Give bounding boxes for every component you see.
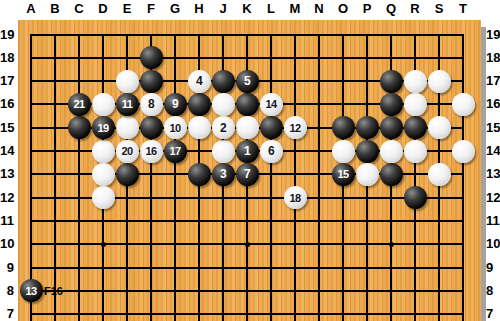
move-number-label: 21 <box>68 93 91 116</box>
move-13-stone-black-A8[interactable]: 13 <box>20 279 43 302</box>
column-label-R: R <box>403 1 427 17</box>
move-number-label: 5 <box>236 70 259 93</box>
row-label-left-13: 13 <box>0 166 14 182</box>
stone-white-H15[interactable] <box>188 116 211 139</box>
row-label-right-17: 17 <box>486 73 500 89</box>
column-label-L: L <box>259 1 283 17</box>
column-label-E: E <box>115 1 139 17</box>
column-label-T: T <box>451 1 475 17</box>
row-label-left-10: 10 <box>0 236 14 252</box>
grid-line-col-T <box>462 34 464 321</box>
row-label-left-16: 16 <box>0 96 14 112</box>
stone-white-Q14[interactable] <box>380 140 403 163</box>
move-8-stone-white-F16[interactable]: 8 <box>140 93 163 116</box>
move-12-stone-white-M15[interactable]: 12 <box>284 116 307 139</box>
grid-line-col-G <box>174 34 176 321</box>
star-point-K10 <box>245 242 250 247</box>
column-label-O: O <box>331 1 355 17</box>
move-4-stone-white-H17[interactable]: 4 <box>188 70 211 93</box>
stone-black-Q17[interactable] <box>380 70 403 93</box>
move-9-stone-black-G16[interactable]: 9 <box>164 93 187 116</box>
move-18-stone-white-M12[interactable]: 18 <box>284 186 307 209</box>
row-label-right-16: 16 <box>486 96 500 112</box>
column-label-M: M <box>283 1 307 17</box>
move-number-label: 11 <box>116 93 139 116</box>
row-label-right-18: 18 <box>486 50 500 66</box>
move-15-stone-black-O13[interactable]: 15 <box>332 163 355 186</box>
row-label-right-12: 12 <box>486 190 500 206</box>
move-11-stone-black-E16[interactable]: 11 <box>116 93 139 116</box>
grid-line-col-M <box>294 34 296 321</box>
stone-black-O15[interactable] <box>332 116 355 139</box>
stone-white-K15[interactable] <box>236 116 259 139</box>
grid-line-row-11 <box>30 220 464 222</box>
stone-black-C15[interactable] <box>68 116 91 139</box>
grid-line-col-N <box>318 34 320 321</box>
row-label-right-19: 19 <box>486 27 500 43</box>
stone-white-R14[interactable] <box>404 140 427 163</box>
ko-annotation-text: F16 <box>44 284 63 298</box>
grid-line-col-C <box>78 34 80 321</box>
column-label-F: F <box>139 1 163 17</box>
stone-white-J16[interactable] <box>212 93 235 116</box>
stone-white-E17[interactable] <box>116 70 139 93</box>
row-label-right-13: 13 <box>486 166 500 182</box>
column-label-J: J <box>211 1 235 17</box>
column-label-H: H <box>187 1 211 17</box>
stone-white-O14[interactable] <box>332 140 355 163</box>
move-3-stone-black-J13[interactable]: 3 <box>212 163 235 186</box>
move-6-stone-white-L14[interactable]: 6 <box>260 140 283 163</box>
stone-black-Q13[interactable] <box>380 163 403 186</box>
stone-black-P15[interactable] <box>356 116 379 139</box>
column-label-C: C <box>67 1 91 17</box>
row-label-left-9: 9 <box>0 260 14 276</box>
stone-white-S13[interactable] <box>428 163 451 186</box>
grid-line-row-9 <box>30 267 464 269</box>
row-label-right-11: 11 <box>486 213 500 229</box>
move-number-label: 4 <box>188 70 211 93</box>
stone-black-Q15[interactable] <box>380 116 403 139</box>
go-board[interactable]: F16 123456789101112141516171819202113 <box>18 20 481 321</box>
grid-line-row-19 <box>30 34 464 36</box>
move-number-label: 3 <box>212 163 235 186</box>
column-label-G: G <box>163 1 187 17</box>
move-number-label: 12 <box>284 116 307 139</box>
move-number-label: 8 <box>140 93 163 116</box>
move-number-label: 13 <box>20 279 43 302</box>
column-label-A: A <box>19 1 43 17</box>
stone-black-Q16[interactable] <box>380 93 403 116</box>
move-number-label: 14 <box>260 93 283 116</box>
move-number-label: 9 <box>164 93 187 116</box>
move-number-label: 17 <box>164 140 187 163</box>
column-label-S: S <box>427 1 451 17</box>
stone-black-F15[interactable] <box>140 116 163 139</box>
stone-white-T14[interactable] <box>452 140 475 163</box>
move-number-label: 20 <box>116 140 139 163</box>
row-label-left-11: 11 <box>0 213 14 229</box>
stone-black-P14[interactable] <box>356 140 379 163</box>
row-label-left-12: 12 <box>0 190 14 206</box>
stone-white-S15[interactable] <box>428 116 451 139</box>
grid-line-row-8 <box>30 290 464 292</box>
stone-black-J17[interactable] <box>212 70 235 93</box>
move-16-stone-white-F14[interactable]: 16 <box>140 140 163 163</box>
row-label-left-19: 19 <box>0 27 14 43</box>
row-label-left-14: 14 <box>0 143 14 159</box>
row-label-left-7: 7 <box>0 306 14 321</box>
stone-white-D14[interactable] <box>92 140 115 163</box>
move-14-stone-white-L16[interactable]: 14 <box>260 93 283 116</box>
star-point-D10 <box>101 242 106 247</box>
stone-white-R16[interactable] <box>404 93 427 116</box>
grid-line-row-7 <box>30 313 464 315</box>
column-label-K: K <box>235 1 259 17</box>
move-number-label: 2 <box>212 116 235 139</box>
column-label-P: P <box>355 1 379 17</box>
stone-black-R15[interactable] <box>404 116 427 139</box>
grid-line-col-A <box>30 34 32 321</box>
move-number-label: 10 <box>164 116 187 139</box>
row-label-right-14: 14 <box>486 143 500 159</box>
column-label-Q: Q <box>379 1 403 17</box>
move-2-stone-white-J15[interactable]: 2 <box>212 116 235 139</box>
row-label-right-15: 15 <box>486 120 500 136</box>
row-label-right-8: 8 <box>486 283 500 299</box>
move-17-stone-black-G14[interactable]: 17 <box>164 140 187 163</box>
stone-white-D12[interactable] <box>92 186 115 209</box>
stone-black-L15[interactable] <box>260 116 283 139</box>
column-label-B: B <box>43 1 67 17</box>
row-label-left-8: 8 <box>0 283 14 299</box>
move-number-label: 7 <box>236 163 259 186</box>
stone-black-F17[interactable] <box>140 70 163 93</box>
stone-white-P13[interactable] <box>356 163 379 186</box>
stone-black-K16[interactable] <box>236 93 259 116</box>
stone-white-E15[interactable] <box>116 116 139 139</box>
stone-black-R12[interactable] <box>404 186 427 209</box>
stone-white-D13[interactable] <box>92 163 115 186</box>
row-label-right-9: 9 <box>486 260 500 276</box>
stone-white-J14[interactable] <box>212 140 235 163</box>
move-number-label: 15 <box>332 163 355 186</box>
grid-line-col-L <box>270 34 272 321</box>
stone-white-S17[interactable] <box>428 70 451 93</box>
move-20-stone-white-E14[interactable]: 20 <box>116 140 139 163</box>
move-10-stone-white-G15[interactable]: 10 <box>164 116 187 139</box>
move-7-stone-black-K13[interactable]: 7 <box>236 163 259 186</box>
move-1-stone-black-K14[interactable]: 1 <box>236 140 259 163</box>
column-label-D: D <box>91 1 115 17</box>
stone-black-H13[interactable] <box>188 163 211 186</box>
stone-white-R17[interactable] <box>404 70 427 93</box>
row-label-right-7: 7 <box>486 306 500 321</box>
move-number-label: 19 <box>92 116 115 139</box>
stone-white-D16[interactable] <box>92 93 115 116</box>
stone-white-T16[interactable] <box>452 93 475 116</box>
grid-line-col-B <box>54 34 56 321</box>
row-label-right-10: 10 <box>486 236 500 252</box>
stone-black-F18[interactable] <box>140 46 163 69</box>
move-number-label: 16 <box>140 140 163 163</box>
move-19-stone-black-D15[interactable]: 19 <box>92 116 115 139</box>
row-label-left-17: 17 <box>0 73 14 89</box>
move-21-stone-black-C16[interactable]: 21 <box>68 93 91 116</box>
stone-black-H16[interactable] <box>188 93 211 116</box>
move-number-label: 6 <box>260 140 283 163</box>
move-number-label: 18 <box>284 186 307 209</box>
star-point-Q10 <box>389 242 394 247</box>
move-number-label: 1 <box>236 140 259 163</box>
row-label-left-18: 18 <box>0 50 14 66</box>
stone-black-E13[interactable] <box>116 163 139 186</box>
column-label-N: N <box>307 1 331 17</box>
grid-line-row-18 <box>30 57 464 59</box>
row-label-left-15: 15 <box>0 120 14 136</box>
move-5-stone-black-K17[interactable]: 5 <box>236 70 259 93</box>
go-diagram: F16 123456789101112141516171819202113 AB… <box>0 0 500 321</box>
